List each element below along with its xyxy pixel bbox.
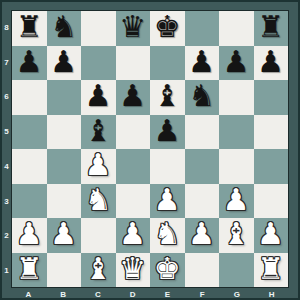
file-label-g: G bbox=[220, 288, 255, 300]
black-bishop-e6: ♝ bbox=[154, 81, 181, 111]
square-f2[interactable]: ♟ bbox=[185, 218, 220, 253]
square-e1[interactable]: ♚ bbox=[150, 253, 185, 288]
square-h6[interactable] bbox=[254, 80, 289, 115]
square-d5[interactable] bbox=[116, 115, 151, 150]
square-d8[interactable]: ♛ bbox=[116, 11, 151, 46]
square-c3[interactable]: ♞ bbox=[81, 184, 116, 219]
square-a7[interactable]: ♟ bbox=[12, 46, 47, 81]
square-d1[interactable]: ♛ bbox=[116, 253, 151, 288]
square-h4[interactable] bbox=[254, 149, 289, 184]
square-f4[interactable] bbox=[185, 149, 220, 184]
square-h7[interactable]: ♟ bbox=[254, 46, 289, 81]
square-b7[interactable]: ♟ bbox=[47, 46, 82, 81]
file-label-c: C bbox=[81, 288, 116, 300]
rank-labels: 8 7 6 5 4 3 2 1 bbox=[2, 10, 11, 288]
rank-label-8: 8 bbox=[2, 10, 11, 45]
square-f3[interactable] bbox=[185, 184, 220, 219]
square-c4[interactable]: ♟ bbox=[81, 149, 116, 184]
white-pawn-e3: ♟ bbox=[154, 185, 181, 215]
square-f6[interactable]: ♞ bbox=[185, 80, 220, 115]
square-e2[interactable]: ♞ bbox=[150, 218, 185, 253]
black-bishop-c5: ♝ bbox=[85, 116, 112, 146]
black-queen-d8: ♛ bbox=[119, 12, 146, 42]
black-rook-a8: ♜ bbox=[16, 12, 43, 42]
square-c2[interactable] bbox=[81, 218, 116, 253]
square-h5[interactable] bbox=[254, 115, 289, 150]
black-knight-f6: ♞ bbox=[188, 81, 215, 111]
square-d6[interactable]: ♟ bbox=[116, 80, 151, 115]
square-g1[interactable] bbox=[219, 253, 254, 288]
black-king-e8: ♚ bbox=[154, 12, 181, 42]
black-pawn-c6: ♟ bbox=[85, 81, 112, 111]
square-c5[interactable]: ♝ bbox=[81, 115, 116, 150]
square-e8[interactable]: ♚ bbox=[150, 11, 185, 46]
square-g2[interactable]: ♝ bbox=[219, 218, 254, 253]
square-f5[interactable] bbox=[185, 115, 220, 150]
square-e5[interactable]: ♟ bbox=[150, 115, 185, 150]
square-a6[interactable] bbox=[12, 80, 47, 115]
file-label-h: H bbox=[254, 288, 289, 300]
square-a2[interactable]: ♟ bbox=[12, 218, 47, 253]
square-f1[interactable] bbox=[185, 253, 220, 288]
file-label-e: E bbox=[150, 288, 185, 300]
square-d2[interactable]: ♟ bbox=[116, 218, 151, 253]
square-g3[interactable]: ♟ bbox=[219, 184, 254, 219]
white-king-e1: ♚ bbox=[154, 254, 181, 284]
square-g8[interactable] bbox=[219, 11, 254, 46]
black-pawn-h7: ♟ bbox=[257, 47, 284, 77]
square-e3[interactable]: ♟ bbox=[150, 184, 185, 219]
white-pawn-c4: ♟ bbox=[85, 150, 112, 180]
black-rook-h8: ♜ bbox=[257, 12, 284, 42]
square-b5[interactable] bbox=[47, 115, 82, 150]
square-a8[interactable]: ♜ bbox=[12, 11, 47, 46]
file-label-f: F bbox=[185, 288, 220, 300]
rank-label-6: 6 bbox=[2, 80, 11, 115]
square-h1[interactable]: ♜ bbox=[254, 253, 289, 288]
square-b4[interactable] bbox=[47, 149, 82, 184]
square-c7[interactable] bbox=[81, 46, 116, 81]
square-a3[interactable] bbox=[12, 184, 47, 219]
square-f8[interactable] bbox=[185, 11, 220, 46]
rank-label-5: 5 bbox=[2, 114, 11, 149]
white-pawn-g3: ♟ bbox=[223, 185, 250, 215]
square-f7[interactable]: ♟ bbox=[185, 46, 220, 81]
file-label-b: B bbox=[46, 288, 81, 300]
square-b3[interactable] bbox=[47, 184, 82, 219]
square-a4[interactable] bbox=[12, 149, 47, 184]
square-h2[interactable]: ♟ bbox=[254, 218, 289, 253]
square-b1[interactable] bbox=[47, 253, 82, 288]
black-pawn-a7: ♟ bbox=[16, 47, 43, 77]
file-label-a: A bbox=[11, 288, 46, 300]
square-g4[interactable] bbox=[219, 149, 254, 184]
black-pawn-f7: ♟ bbox=[188, 47, 215, 77]
white-bishop-g2: ♝ bbox=[223, 219, 250, 249]
square-e7[interactable] bbox=[150, 46, 185, 81]
square-d3[interactable] bbox=[116, 184, 151, 219]
white-queen-d1: ♛ bbox=[119, 254, 146, 284]
black-pawn-e5: ♟ bbox=[154, 116, 181, 146]
file-label-d: D bbox=[115, 288, 150, 300]
square-h8[interactable]: ♜ bbox=[254, 11, 289, 46]
rank-label-1: 1 bbox=[2, 253, 11, 288]
rank-label-4: 4 bbox=[2, 149, 11, 184]
square-e6[interactable]: ♝ bbox=[150, 80, 185, 115]
square-d7[interactable] bbox=[116, 46, 151, 81]
square-b8[interactable]: ♞ bbox=[47, 11, 82, 46]
square-a1[interactable]: ♜ bbox=[12, 253, 47, 288]
black-pawn-d6: ♟ bbox=[119, 81, 146, 111]
rank-label-3: 3 bbox=[2, 184, 11, 219]
white-rook-h1: ♜ bbox=[257, 254, 284, 284]
square-g7[interactable]: ♟ bbox=[219, 46, 254, 81]
chess-board-frame: 8 7 6 5 4 3 2 1 ♜♞♛♚♜♟♟♟♟♟♟♟♝♞♝♟♟♞♟♟♟♟♟♞… bbox=[0, 0, 300, 300]
square-c6[interactable]: ♟ bbox=[81, 80, 116, 115]
file-labels: A B C D E F G H bbox=[11, 288, 289, 300]
white-pawn-f2: ♟ bbox=[188, 219, 215, 249]
square-g5[interactable] bbox=[219, 115, 254, 150]
square-d4[interactable] bbox=[116, 149, 151, 184]
white-pawn-a2: ♟ bbox=[16, 219, 43, 249]
square-b2[interactable]: ♟ bbox=[47, 218, 82, 253]
black-pawn-g7: ♟ bbox=[223, 47, 250, 77]
square-e4[interactable] bbox=[150, 149, 185, 184]
white-rook-a1: ♜ bbox=[16, 254, 43, 284]
square-h3[interactable] bbox=[254, 184, 289, 219]
square-b6[interactable] bbox=[47, 80, 82, 115]
square-c8[interactable] bbox=[81, 11, 116, 46]
white-knight-c3: ♞ bbox=[85, 185, 112, 215]
black-pawn-b7: ♟ bbox=[50, 47, 77, 77]
square-g6[interactable] bbox=[219, 80, 254, 115]
white-pawn-d2: ♟ bbox=[119, 219, 146, 249]
chess-board: ♜♞♛♚♜♟♟♟♟♟♟♟♝♞♝♟♟♞♟♟♟♟♟♞♟♝♟♜♝♛♚♜ bbox=[11, 10, 289, 288]
rank-label-7: 7 bbox=[2, 45, 11, 80]
rank-label-2: 2 bbox=[2, 219, 11, 254]
square-a5[interactable] bbox=[12, 115, 47, 150]
white-pawn-h2: ♟ bbox=[257, 219, 284, 249]
white-pawn-b2: ♟ bbox=[50, 219, 77, 249]
black-knight-b8: ♞ bbox=[50, 12, 77, 42]
square-c1[interactable]: ♝ bbox=[81, 253, 116, 288]
white-knight-e2: ♞ bbox=[154, 219, 181, 249]
white-bishop-c1: ♝ bbox=[85, 254, 112, 284]
